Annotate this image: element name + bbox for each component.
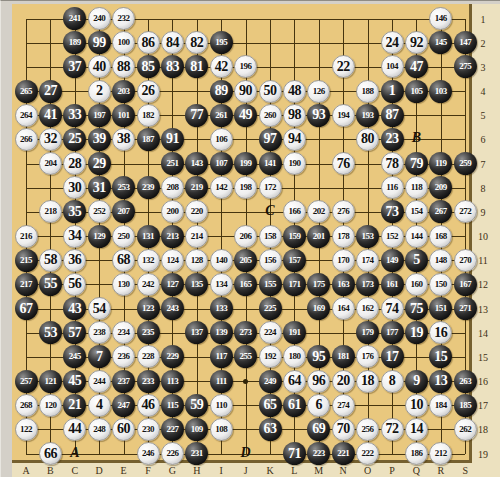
- stone-white: 174: [356, 249, 379, 272]
- row-label: 3: [481, 61, 486, 72]
- column-label: S: [462, 465, 468, 476]
- kifu-window: ABCDEFGHIJKLMNOPQRS123456789101112131415…: [0, 0, 500, 477]
- stone-white: 80: [356, 128, 379, 151]
- stone-black: 149: [381, 249, 404, 272]
- row-label: 14: [478, 327, 488, 338]
- stone-black: 105: [405, 80, 428, 103]
- stone-black: 251: [161, 152, 184, 175]
- stone-white: 152: [381, 225, 404, 248]
- stone-black: 161: [381, 273, 404, 296]
- stone-white: 264: [15, 104, 38, 127]
- stone-white: 192: [259, 345, 282, 368]
- stone-white: 24: [381, 31, 404, 54]
- point-annotation: D: [241, 445, 251, 461]
- stone-white: 126: [307, 80, 330, 103]
- column-label: F: [145, 465, 151, 476]
- row-label: 8: [481, 182, 486, 193]
- stone-white: 90: [234, 80, 257, 103]
- stone-black: 167: [454, 273, 477, 296]
- column-label: G: [169, 465, 176, 476]
- stone-black: 257: [15, 370, 38, 393]
- stone-white: 170: [332, 249, 355, 272]
- stone-black: 1: [381, 80, 404, 103]
- stone-white: 230: [137, 418, 160, 441]
- stone-white: 256: [356, 418, 379, 441]
- stone-white: 194: [332, 104, 355, 127]
- stone-white: 164: [332, 297, 355, 320]
- stone-white: 124: [161, 249, 184, 272]
- stone-black: 23: [381, 128, 404, 151]
- stone-white: 46: [137, 394, 160, 417]
- stone-black: 75: [405, 297, 428, 320]
- stone-white: 190: [283, 152, 306, 175]
- stone-white: 228: [137, 345, 160, 368]
- column-label: C: [71, 465, 78, 476]
- stone-black: 171: [283, 273, 306, 296]
- row-label: 9: [481, 206, 486, 217]
- row-label: 11: [478, 255, 488, 266]
- stone-white: 238: [88, 321, 111, 344]
- stone-white: 36: [63, 249, 86, 272]
- stone-black: 243: [161, 297, 184, 320]
- stone-black: 39: [88, 128, 111, 151]
- stone-black: 131: [137, 225, 160, 248]
- row-label: 2: [481, 37, 486, 48]
- stone-black: 173: [356, 273, 379, 296]
- stone-black: 7: [88, 345, 111, 368]
- stone-white: 22: [332, 55, 355, 78]
- stone-black: 235: [137, 321, 160, 344]
- column-label: B: [47, 465, 54, 476]
- stone-white: 142: [210, 176, 233, 199]
- stone-black: 193: [356, 104, 379, 127]
- stone-white: 50: [259, 80, 282, 103]
- stone-white: 118: [405, 176, 428, 199]
- stone-black: 27: [39, 80, 62, 103]
- stone-black: 93: [307, 104, 330, 127]
- row-label: 4: [481, 86, 486, 97]
- row-label: 19: [478, 448, 488, 459]
- stone-white: 42: [210, 55, 233, 78]
- stone-white: 120: [39, 394, 62, 417]
- column-label: J: [244, 465, 248, 476]
- stone-black: 239: [137, 176, 160, 199]
- column-label: R: [437, 465, 444, 476]
- stone-black: 199: [234, 152, 257, 175]
- stone-black: 195: [210, 31, 233, 54]
- stone-white: 160: [405, 273, 428, 296]
- stone-white: 10: [405, 394, 428, 417]
- stone-black: 113: [161, 370, 184, 393]
- stone-white: 64: [283, 370, 306, 393]
- row-label: 18: [478, 424, 488, 435]
- stone-black: 5: [405, 249, 428, 272]
- stone-black: 103: [429, 80, 452, 103]
- stone-black: 191: [283, 321, 306, 344]
- stone-white: 66: [39, 442, 62, 465]
- stone-black: 33: [63, 104, 86, 127]
- stone-black: 123: [137, 297, 160, 320]
- stone-white: 84: [161, 31, 184, 54]
- stone-white: 48: [283, 80, 306, 103]
- stone-black: 155: [259, 273, 282, 296]
- stone-white: 58: [39, 249, 62, 272]
- stone-black: 9: [405, 370, 428, 393]
- stone-black: 19: [405, 321, 428, 344]
- stone-white: 276: [332, 200, 355, 223]
- stone-black: 225: [259, 297, 282, 320]
- stone-black: 213: [161, 225, 184, 248]
- stone-black: 221: [332, 442, 355, 465]
- stone-black: 29: [88, 152, 111, 175]
- stone-black: 31: [88, 176, 111, 199]
- column-label: D: [96, 465, 103, 476]
- stone-black: 181: [332, 345, 355, 368]
- stone-black: 65: [259, 394, 282, 417]
- point-annotation: B: [412, 131, 421, 147]
- stone-black: 275: [454, 55, 477, 78]
- column-label: L: [291, 465, 297, 476]
- stone-white: 106: [210, 128, 233, 151]
- stone-black: 59: [185, 394, 208, 417]
- stone-white: 26: [137, 80, 160, 103]
- column-label: I: [220, 465, 223, 476]
- stone-black: 265: [15, 80, 38, 103]
- stone-white: 232: [112, 7, 135, 30]
- stone-black: 203: [112, 80, 135, 103]
- stone-black: 101: [112, 104, 135, 127]
- stone-white: 20: [332, 370, 355, 393]
- stone-white: 140: [210, 249, 233, 272]
- stone-white: 76: [332, 152, 355, 175]
- stone-white: 260: [259, 104, 282, 127]
- stone-white: 248: [88, 418, 111, 441]
- stone-white: 34: [63, 225, 86, 248]
- column-label: O: [364, 465, 371, 476]
- stone-white: 148: [429, 249, 452, 272]
- stone-black: 147: [454, 31, 477, 54]
- stone-black: 271: [454, 297, 477, 320]
- stone-black: 99: [88, 31, 111, 54]
- stone-white: 2: [88, 80, 111, 103]
- stone-black: 115: [161, 394, 184, 417]
- stone-white: 14: [405, 418, 428, 441]
- row-label: 10: [478, 231, 488, 242]
- stone-white: 266: [15, 128, 38, 151]
- stone-black: 49: [234, 104, 257, 127]
- stone-black: 13: [429, 370, 452, 393]
- stone-black: 153: [356, 225, 379, 248]
- stone-white: 270: [454, 249, 477, 272]
- stone-white: 68: [112, 249, 135, 272]
- stone-black: 263: [454, 370, 477, 393]
- stone-black: 163: [332, 273, 355, 296]
- stone-white: 38: [112, 128, 135, 151]
- stone-black: 111: [210, 370, 233, 393]
- stone-black: 237: [112, 370, 135, 393]
- stone-black: 77: [185, 104, 208, 127]
- stone-black: 247: [112, 394, 135, 417]
- stone-black: 177: [381, 321, 404, 344]
- stone-white: 98: [283, 104, 306, 127]
- stone-white: 122: [15, 418, 38, 441]
- stone-white: 134: [210, 273, 233, 296]
- row-label: 15: [478, 351, 488, 362]
- stone-black: 205: [234, 249, 257, 272]
- stone-white: 156: [259, 249, 282, 272]
- star-point: [243, 379, 248, 384]
- stone-white: 168: [429, 225, 452, 248]
- stone-black: 215: [15, 249, 38, 272]
- stone-white: 94: [283, 128, 306, 151]
- stone-white: 188: [356, 80, 379, 103]
- row-label: 1: [481, 13, 486, 24]
- stone-white: 78: [381, 152, 404, 175]
- row-label: 16: [478, 376, 488, 387]
- stone-white: 72: [381, 418, 404, 441]
- stone-black: 55: [39, 273, 62, 296]
- point-annotation: A: [70, 445, 79, 461]
- row-label: 6: [481, 134, 486, 145]
- stone-black: 261: [210, 104, 233, 127]
- stone-white: 244: [88, 370, 111, 393]
- stone-white: 272: [454, 200, 477, 223]
- stone-white: 116: [381, 176, 404, 199]
- stone-white: 274: [332, 394, 355, 417]
- stone-white: 130: [112, 273, 135, 296]
- stone-black: 67: [15, 297, 38, 320]
- column-label: A: [22, 465, 29, 476]
- stone-white: 224: [259, 321, 282, 344]
- stone-white: 240: [88, 7, 111, 30]
- stone-black: 73: [381, 200, 404, 223]
- stone-white: 92: [405, 31, 428, 54]
- stone-black: 63: [259, 418, 282, 441]
- stone-black: 249: [259, 370, 282, 393]
- point-annotation: C: [265, 203, 274, 219]
- stone-white: 4: [88, 394, 111, 417]
- stone-white: 178: [332, 225, 355, 248]
- stone-white: 32: [39, 128, 62, 151]
- stone-white: 250: [112, 225, 135, 248]
- stone-black: 185: [454, 394, 477, 417]
- stone-black: 53: [39, 321, 62, 344]
- stone-white: 186: [405, 442, 428, 465]
- stone-white: 40: [88, 55, 111, 78]
- stone-black: 117: [210, 345, 233, 368]
- stone-black: 141: [259, 152, 282, 175]
- stone-white: 132: [137, 249, 160, 272]
- stone-white: 74: [381, 297, 404, 320]
- stone-black: 159: [283, 225, 306, 248]
- stone-white: 162: [356, 297, 379, 320]
- stone-white: 226: [161, 442, 184, 465]
- stone-white: 204: [39, 152, 62, 175]
- row-label: 13: [478, 303, 488, 314]
- stone-black: 85: [137, 55, 160, 78]
- stone-black: 21: [63, 394, 86, 417]
- stone-black: 157: [283, 249, 306, 272]
- stone-white: 144: [405, 225, 428, 248]
- stone-white: 54: [88, 297, 111, 320]
- stone-white: 206: [234, 225, 257, 248]
- stone-white: 246: [137, 442, 160, 465]
- stone-white: 110: [210, 394, 233, 417]
- row-label: 17: [478, 400, 488, 411]
- stone-white: 262: [454, 418, 477, 441]
- stone-black: 187: [137, 128, 160, 151]
- stone-black: 87: [381, 104, 404, 127]
- stone-white: 104: [381, 55, 404, 78]
- stone-black: 71: [283, 442, 306, 465]
- stone-white: 96: [307, 370, 330, 393]
- stone-black: 227: [161, 418, 184, 441]
- stone-black: 197: [88, 104, 111, 127]
- row-label: 12: [478, 279, 488, 290]
- stone-white: 252: [88, 200, 111, 223]
- stone-black: 45: [63, 370, 86, 393]
- stone-black: 129: [88, 225, 111, 248]
- stone-black: 165: [234, 273, 257, 296]
- stone-black: 17: [381, 345, 404, 368]
- stone-black: 89: [210, 80, 233, 103]
- stone-white: 6: [307, 394, 330, 417]
- stone-white: 184: [429, 394, 452, 417]
- stone-black: 133: [210, 297, 233, 320]
- stone-black: 61: [283, 394, 306, 417]
- stone-black: 201: [307, 225, 330, 248]
- stone-white: 108: [210, 418, 233, 441]
- stone-black: 139: [210, 321, 233, 344]
- stone-black: 97: [259, 128, 282, 151]
- column-label: P: [389, 465, 395, 476]
- stone-white: 182: [137, 104, 160, 127]
- stone-white: 128: [185, 249, 208, 272]
- stone-white: 86: [137, 31, 160, 54]
- stone-white: 268: [15, 394, 38, 417]
- stone-white: 216: [15, 225, 38, 248]
- column-label: K: [266, 465, 273, 476]
- stone-white: 242: [137, 273, 160, 296]
- stone-black: 259: [454, 152, 477, 175]
- stone-black: 121: [39, 370, 62, 393]
- column-label: Q: [413, 465, 420, 476]
- row-label: 7: [481, 158, 486, 169]
- column-label: M: [314, 465, 323, 476]
- stone-white: 214: [185, 225, 208, 248]
- stone-black: 233: [137, 370, 160, 393]
- stone-black: 91: [161, 128, 184, 151]
- stone-black: 127: [161, 273, 184, 296]
- stone-white: 8: [381, 370, 404, 393]
- stone-white: 172: [259, 176, 282, 199]
- stone-white: 60: [112, 418, 135, 441]
- stone-white: 158: [259, 225, 282, 248]
- column-label-gutter: [12, 463, 472, 477]
- stone-black: 79: [405, 152, 428, 175]
- row-label: 5: [481, 110, 486, 121]
- column-label: E: [121, 465, 127, 476]
- stone-white: 18: [356, 370, 379, 393]
- column-label: H: [193, 465, 200, 476]
- stone-white: 70: [332, 418, 355, 441]
- stone-black: 41: [39, 104, 62, 127]
- stone-white: 208: [161, 176, 184, 199]
- column-label: N: [340, 465, 347, 476]
- stone-black: 217: [15, 273, 38, 296]
- stone-black: 107: [210, 152, 233, 175]
